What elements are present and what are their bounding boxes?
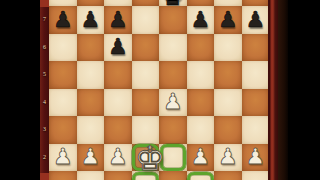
square-f7[interactable]: ♟ <box>187 6 215 34</box>
square-f1[interactable] <box>187 171 215 180</box>
square-c5[interactable] <box>104 61 132 89</box>
white-pawn-a2[interactable]: ♟ <box>53 146 73 168</box>
square-b6[interactable] <box>77 34 105 62</box>
square-b3[interactable] <box>77 116 105 144</box>
square-d4[interactable] <box>132 89 160 117</box>
chess-app-screen: 765432 ♚♟♟♟♟♟♟♟♟♟♟♟♟♟♟ ♚ <box>0 0 320 180</box>
letterbox-left <box>0 0 40 180</box>
rank-label-4: 4 <box>40 99 49 106</box>
white-pawn-h2[interactable]: ♟ <box>245 146 265 168</box>
rank-label-7: 7 <box>40 16 49 23</box>
board-frame-right <box>268 0 278 180</box>
square-h2[interactable]: ♟ <box>242 144 270 172</box>
square-h4[interactable] <box>242 89 270 117</box>
square-a1[interactable] <box>49 171 77 180</box>
rank-label-2: 2 <box>40 154 49 161</box>
square-d7[interactable] <box>132 6 160 34</box>
square-e6[interactable] <box>159 34 187 62</box>
square-f4[interactable] <box>187 89 215 117</box>
square-h1[interactable] <box>242 171 270 180</box>
square-a5[interactable] <box>49 61 77 89</box>
letterbox-right <box>288 0 320 180</box>
square-c3[interactable] <box>104 116 132 144</box>
square-h7[interactable]: ♟ <box>242 6 270 34</box>
square-a2[interactable]: ♟ <box>49 144 77 172</box>
square-h6[interactable] <box>242 34 270 62</box>
square-f6[interactable] <box>187 34 215 62</box>
rank-label-5: 5 <box>40 71 49 78</box>
square-e7[interactable] <box>159 6 187 34</box>
square-g6[interactable] <box>214 34 242 62</box>
square-c7[interactable]: ♟ <box>104 6 132 34</box>
square-c1[interactable] <box>104 171 132 180</box>
square-e4[interactable]: ♟ <box>159 89 187 117</box>
square-g4[interactable] <box>214 89 242 117</box>
square-d5[interactable] <box>132 61 160 89</box>
square-c6[interactable]: ♟ <box>104 34 132 62</box>
square-a4[interactable] <box>49 89 77 117</box>
square-b5[interactable] <box>77 61 105 89</box>
square-h3[interactable] <box>242 116 270 144</box>
black-pawn-c6[interactable]: ♟ <box>108 36 128 58</box>
square-a7[interactable]: ♟ <box>49 6 77 34</box>
square-b2[interactable]: ♟ <box>77 144 105 172</box>
square-e5[interactable] <box>159 61 187 89</box>
black-pawn-a7[interactable]: ♟ <box>53 9 73 31</box>
black-pawn-h7[interactable]: ♟ <box>245 9 265 31</box>
square-f3[interactable] <box>187 116 215 144</box>
rank-label-6: 6 <box>40 44 49 51</box>
black-pawn-c7[interactable]: ♟ <box>108 9 128 31</box>
square-g3[interactable] <box>214 116 242 144</box>
rank-label-3: 3 <box>40 126 49 133</box>
black-pawn-g7[interactable]: ♟ <box>218 9 238 31</box>
square-h5[interactable] <box>242 61 270 89</box>
white-pawn-b2[interactable]: ♟ <box>80 146 100 168</box>
square-b7[interactable]: ♟ <box>77 6 105 34</box>
square-f2[interactable]: ♟ <box>187 144 215 172</box>
square-g5[interactable] <box>214 61 242 89</box>
square-a3[interactable] <box>49 116 77 144</box>
white-pawn-c2[interactable]: ♟ <box>108 146 128 168</box>
white-pawn-e4[interactable]: ♟ <box>163 91 183 113</box>
square-g1[interactable] <box>214 171 242 180</box>
square-g7[interactable]: ♟ <box>214 6 242 34</box>
square-c2[interactable]: ♟ <box>104 144 132 172</box>
square-d6[interactable] <box>132 34 160 62</box>
square-a6[interactable] <box>49 34 77 62</box>
white-pawn-g2[interactable]: ♟ <box>218 146 238 168</box>
white-pawn-f2[interactable]: ♟ <box>190 146 210 168</box>
square-c4[interactable] <box>104 89 132 117</box>
black-pawn-b7[interactable]: ♟ <box>80 9 100 31</box>
frame-corner-accent-bottom <box>40 173 49 180</box>
square-g2[interactable]: ♟ <box>214 144 242 172</box>
frame-corner-accent-top <box>40 0 49 7</box>
dragged-white-king[interactable]: ♚ <box>133 141 167 175</box>
square-b1[interactable] <box>77 171 105 180</box>
square-b4[interactable] <box>77 89 105 117</box>
black-pawn-f7[interactable]: ♟ <box>190 9 210 31</box>
square-f5[interactable] <box>187 61 215 89</box>
